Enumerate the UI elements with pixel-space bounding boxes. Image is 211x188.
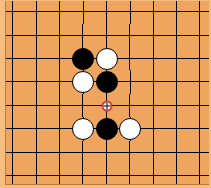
- white-stone: [96, 48, 118, 70]
- board-intersection-c6-r2[interactable]: [142, 47, 165, 70]
- board-intersection-c1-r1[interactable]: [25, 24, 48, 47]
- board-intersection-c1-r4[interactable]: [25, 94, 48, 117]
- board-intersection-c3-r4[interactable]: [71, 94, 94, 117]
- board-intersection-c4-r4[interactable]: [95, 94, 118, 117]
- board-intersection-c7-r6[interactable]: [165, 141, 188, 164]
- board-intersection-c2-r3[interactable]: [48, 70, 71, 93]
- board-intersection-c4-r1[interactable]: [95, 24, 118, 47]
- board-intersection-c6-r0[interactable]: [142, 1, 165, 24]
- board-intersection-c8-r2[interactable]: [188, 47, 209, 70]
- white-stone: [72, 118, 94, 140]
- go-diagram: [0, 0, 211, 188]
- board-intersection-c6-r3[interactable]: [142, 70, 165, 93]
- board-intersection-c3-r3[interactable]: [71, 70, 94, 93]
- board-intersection-c0-r5[interactable]: [5, 117, 25, 140]
- board-intersection-c7-r0[interactable]: [165, 1, 188, 24]
- board-intersection-c3-r0[interactable]: [71, 1, 94, 24]
- board-intersection-c0-r6[interactable]: [5, 141, 25, 164]
- board-intersection-c7-r1[interactable]: [165, 24, 188, 47]
- board-intersection-c1-r5[interactable]: [25, 117, 48, 140]
- board-intersection-c7-r7[interactable]: [165, 164, 188, 185]
- board-intersection-c3-r2[interactable]: [71, 47, 94, 70]
- board-intersection-c2-r4[interactable]: [48, 94, 71, 117]
- board-intersection-c0-r7[interactable]: [5, 164, 25, 185]
- board-intersection-c3-r1[interactable]: [71, 24, 94, 47]
- board-intersection-c6-r1[interactable]: [142, 24, 165, 47]
- board-intersection-c2-r7[interactable]: [48, 164, 71, 185]
- red-circle-marker: [101, 100, 112, 111]
- board-intersection-c2-r0[interactable]: [48, 1, 71, 24]
- board-intersection-c8-r1[interactable]: [188, 24, 209, 47]
- board-intersection-c6-r4[interactable]: [142, 94, 165, 117]
- board-intersection-c5-r6[interactable]: [118, 141, 141, 164]
- board-intersection-c0-r0[interactable]: [5, 1, 25, 24]
- white-stone: [119, 118, 141, 140]
- board-intersection-c5-r7[interactable]: [118, 164, 141, 185]
- black-stone: [96, 71, 118, 93]
- board-intersection-c3-r6[interactable]: [71, 141, 94, 164]
- board-intersection-c0-r1[interactable]: [5, 24, 25, 47]
- board-intersection-c4-r7[interactable]: [95, 164, 118, 185]
- board-intersection-c5-r5[interactable]: [118, 117, 141, 140]
- board-intersection-c0-r3[interactable]: [5, 70, 25, 93]
- board-intersection-c1-r2[interactable]: [25, 47, 48, 70]
- board-intersection-c5-r0[interactable]: [118, 1, 141, 24]
- board-intersection-c5-r3[interactable]: [118, 70, 141, 93]
- board-intersection-c6-r5[interactable]: [142, 117, 165, 140]
- board-intersection-c4-r3[interactable]: [95, 70, 118, 93]
- board-intersection-c2-r6[interactable]: [48, 141, 71, 164]
- black-stone: [96, 118, 118, 140]
- board-intersection-c5-r2[interactable]: [118, 47, 141, 70]
- board-intersection-c6-r7[interactable]: [142, 164, 165, 185]
- board-intersection-c4-r5[interactable]: [95, 117, 118, 140]
- board-intersection-c2-r1[interactable]: [48, 24, 71, 47]
- board-intersection-c1-r0[interactable]: [25, 1, 48, 24]
- board-intersection-c8-r3[interactable]: [188, 70, 209, 93]
- board-intersection-c5-r1[interactable]: [118, 24, 141, 47]
- board-intersection-c8-r7[interactable]: [188, 164, 209, 185]
- board-intersection-c1-r3[interactable]: [25, 70, 48, 93]
- board-intersection-c6-r6[interactable]: [142, 141, 165, 164]
- go-board: [5, 1, 209, 185]
- board-intersection-c4-r6[interactable]: [95, 141, 118, 164]
- board-intersection-c1-r6[interactable]: [25, 141, 48, 164]
- board-intersection-c0-r4[interactable]: [5, 94, 25, 117]
- board-intersection-c4-r2[interactable]: [95, 47, 118, 70]
- board-intersection-c2-r5[interactable]: [48, 117, 71, 140]
- board-intersection-c3-r7[interactable]: [71, 164, 94, 185]
- board-intersection-c5-r4[interactable]: [118, 94, 141, 117]
- board-intersection-c8-r6[interactable]: [188, 141, 209, 164]
- white-stone: [72, 71, 94, 93]
- board-intersection-c7-r5[interactable]: [165, 117, 188, 140]
- board-intersection-c3-r5[interactable]: [71, 117, 94, 140]
- board-intersection-c7-r2[interactable]: [165, 47, 188, 70]
- board-intersection-c7-r3[interactable]: [165, 70, 188, 93]
- board-intersection-c0-r2[interactable]: [5, 47, 25, 70]
- board-intersection-c2-r2[interactable]: [48, 47, 71, 70]
- board-intersection-c1-r7[interactable]: [25, 164, 48, 185]
- board-intersection-c7-r4[interactable]: [165, 94, 188, 117]
- board-intersection-c8-r5[interactable]: [188, 117, 209, 140]
- black-stone: [72, 48, 94, 70]
- board-intersection-c8-r0[interactable]: [188, 1, 209, 24]
- board-intersection-c8-r4[interactable]: [188, 94, 209, 117]
- board-intersection-c4-r0[interactable]: [95, 1, 118, 24]
- board-grid: [5, 1, 209, 185]
